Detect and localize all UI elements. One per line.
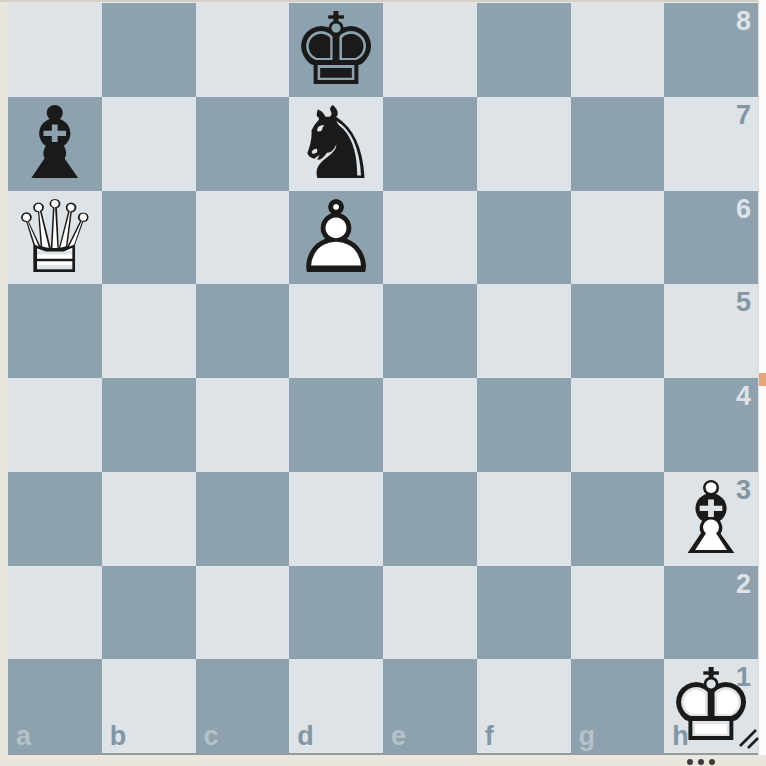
chess-board: ♚8♝♞7♛♕♟♙6543♝♗2abcdefg1h♚♔ bbox=[8, 3, 758, 753]
piece-white-queen[interactable]: ♛♕ bbox=[8, 191, 102, 285]
file-label-g: g bbox=[579, 723, 596, 750]
square-g2[interactable] bbox=[571, 566, 665, 660]
square-f1[interactable]: f bbox=[477, 659, 571, 753]
square-b2[interactable] bbox=[102, 566, 196, 660]
piece-black-knight[interactable]: ♞ bbox=[289, 97, 383, 191]
piece-white-bishop[interactable]: ♝♗ bbox=[664, 472, 758, 566]
square-a2[interactable] bbox=[8, 566, 102, 660]
file-label-e: e bbox=[391, 723, 406, 750]
square-d6[interactable]: ♟♙ bbox=[289, 191, 383, 285]
square-h2[interactable]: 2 bbox=[664, 566, 758, 660]
file-label-d: d bbox=[297, 723, 314, 750]
square-f6[interactable] bbox=[477, 191, 571, 285]
square-b1[interactable]: b bbox=[102, 659, 196, 753]
square-d5[interactable] bbox=[289, 284, 383, 378]
square-f3[interactable] bbox=[477, 472, 571, 566]
square-e7[interactable] bbox=[383, 97, 477, 191]
piece-body: ♞ bbox=[291, 97, 381, 191]
square-d2[interactable] bbox=[289, 566, 383, 660]
piece-outline: ♙ bbox=[291, 191, 381, 285]
square-b5[interactable] bbox=[102, 284, 196, 378]
square-b4[interactable] bbox=[102, 378, 196, 472]
square-c3[interactable] bbox=[196, 472, 290, 566]
square-b7[interactable] bbox=[102, 97, 196, 191]
square-d3[interactable] bbox=[289, 472, 383, 566]
file-label-f: f bbox=[485, 723, 494, 750]
square-f5[interactable] bbox=[477, 284, 571, 378]
square-h7[interactable]: 7 bbox=[664, 97, 758, 191]
scrollbar-find-marker[interactable] bbox=[759, 373, 766, 386]
square-f2[interactable] bbox=[477, 566, 571, 660]
piece-white-pawn[interactable]: ♟♙ bbox=[289, 191, 383, 285]
square-a3[interactable] bbox=[8, 472, 102, 566]
square-a5[interactable] bbox=[8, 284, 102, 378]
square-c8[interactable] bbox=[196, 3, 290, 97]
square-e5[interactable] bbox=[383, 284, 477, 378]
square-d4[interactable] bbox=[289, 378, 383, 472]
square-e2[interactable] bbox=[383, 566, 477, 660]
rank-label-4: 4 bbox=[736, 383, 751, 410]
square-a8[interactable] bbox=[8, 3, 102, 97]
square-e3[interactable] bbox=[383, 472, 477, 566]
square-d8[interactable]: ♚ bbox=[289, 3, 383, 97]
square-h5[interactable]: 5 bbox=[664, 284, 758, 378]
piece-body: ♚ bbox=[291, 3, 381, 97]
top-hairline bbox=[0, 0, 766, 2]
square-h3[interactable]: 3♝♗ bbox=[664, 472, 758, 566]
square-g8[interactable] bbox=[571, 3, 665, 97]
scrollbar-track[interactable] bbox=[758, 0, 766, 755]
square-c7[interactable] bbox=[196, 97, 290, 191]
square-a4[interactable] bbox=[8, 378, 102, 472]
square-f8[interactable] bbox=[477, 3, 571, 97]
square-a7[interactable]: ♝ bbox=[8, 97, 102, 191]
square-g6[interactable] bbox=[571, 191, 665, 285]
rank-label-8: 8 bbox=[736, 8, 751, 35]
square-c5[interactable] bbox=[196, 284, 290, 378]
rank-label-5: 5 bbox=[736, 289, 751, 316]
square-e1[interactable]: e bbox=[383, 659, 477, 753]
square-h8[interactable]: 8 bbox=[664, 3, 758, 97]
rank-label-7: 7 bbox=[736, 102, 751, 129]
square-b3[interactable] bbox=[102, 472, 196, 566]
square-b8[interactable] bbox=[102, 3, 196, 97]
square-g4[interactable] bbox=[571, 378, 665, 472]
square-c6[interactable] bbox=[196, 191, 290, 285]
square-c1[interactable]: c bbox=[196, 659, 290, 753]
square-d7[interactable]: ♞ bbox=[289, 97, 383, 191]
square-h6[interactable]: 6 bbox=[664, 191, 758, 285]
square-e4[interactable] bbox=[383, 378, 477, 472]
piece-black-king[interactable]: ♚ bbox=[289, 3, 383, 97]
resize-grip-icon[interactable] bbox=[737, 727, 759, 749]
board-bottom-edge bbox=[8, 753, 758, 755]
rank-label-6: 6 bbox=[736, 196, 751, 223]
square-c2[interactable] bbox=[196, 566, 290, 660]
square-g5[interactable] bbox=[571, 284, 665, 378]
square-d1[interactable]: d bbox=[289, 659, 383, 753]
square-a6[interactable]: ♛♕ bbox=[8, 191, 102, 285]
piece-body: ♝ bbox=[10, 97, 100, 191]
square-e8[interactable] bbox=[383, 3, 477, 97]
square-e6[interactable] bbox=[383, 191, 477, 285]
square-h4[interactable]: 4 bbox=[664, 378, 758, 472]
square-g7[interactable] bbox=[571, 97, 665, 191]
piece-outline: ♗ bbox=[666, 472, 756, 566]
square-a1[interactable]: a bbox=[8, 659, 102, 753]
file-label-b: b bbox=[110, 723, 127, 750]
square-c4[interactable] bbox=[196, 378, 290, 472]
square-g3[interactable] bbox=[571, 472, 665, 566]
square-b6[interactable] bbox=[102, 191, 196, 285]
piece-black-bishop[interactable]: ♝ bbox=[8, 97, 102, 191]
square-f7[interactable] bbox=[477, 97, 571, 191]
file-label-a: a bbox=[16, 723, 31, 750]
file-label-c: c bbox=[204, 723, 219, 750]
square-f4[interactable] bbox=[477, 378, 571, 472]
square-g1[interactable]: g bbox=[571, 659, 665, 753]
piece-outline: ♕ bbox=[10, 191, 100, 285]
